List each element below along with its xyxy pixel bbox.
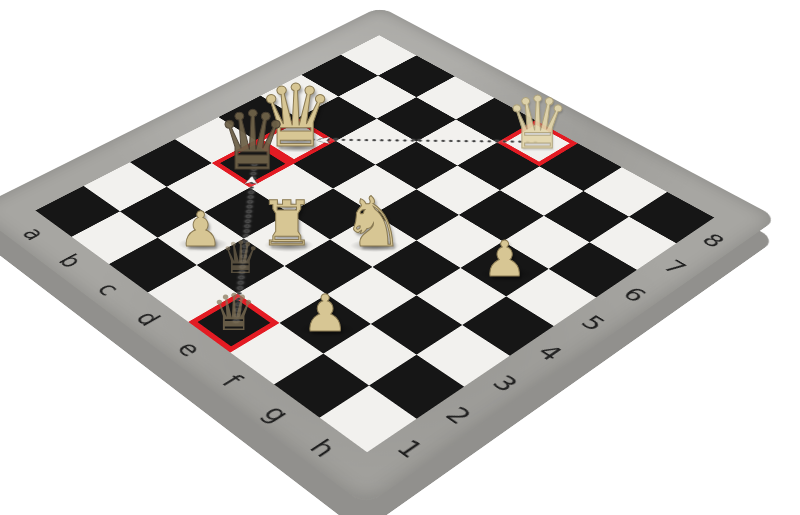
file-label-d: d: [132, 307, 166, 329]
rank-label-4: 4: [533, 341, 567, 364]
piece-white-pawn-g5[interactable]: ♟: [482, 234, 526, 283]
chess-3d-scene: ➤➤ abcdefgh12345678 ♛♛♛♛♛♜♞♟♟♟: [0, 0, 800, 515]
piece-white-queen-e1[interactable]: ♛: [211, 287, 257, 338]
piece-white-queen-b4[interactable]: ♛: [216, 100, 289, 182]
square-h7[interactable]: [590, 217, 677, 270]
rank-label-2: 2: [441, 403, 477, 427]
piece-white-rook-d3[interactable]: ♜: [259, 194, 315, 256]
file-label-h: h: [306, 435, 343, 460]
square-g1[interactable]: [274, 354, 369, 418]
file-label-a: a: [19, 224, 51, 243]
file-label-b: b: [55, 250, 88, 270]
square-h2[interactable]: [369, 355, 464, 419]
square-h4[interactable]: [462, 296, 554, 355]
rank-label-3: 3: [488, 372, 523, 395]
piece-white-pawn-f2[interactable]: ♟: [302, 288, 348, 339]
rank-label-8: 8: [698, 231, 729, 250]
rank-label-6: 6: [619, 284, 651, 305]
piece-white-pawn-c2[interactable]: ♟: [179, 205, 222, 253]
piece-white-knight-e4[interactable]: ♞: [342, 188, 404, 257]
file-label-f: f: [218, 370, 248, 389]
rank-label-1: 1: [392, 436, 428, 461]
rank-label-5: 5: [577, 312, 610, 334]
file-label-c: c: [93, 279, 125, 299]
piece-white-queen-e8[interactable]: ♛: [505, 88, 570, 160]
square-h1[interactable]: [320, 386, 417, 453]
file-label-e: e: [173, 337, 207, 359]
piece-white-queen-d2[interactable]: ♛: [221, 235, 261, 280]
square-b1[interactable]: [72, 211, 158, 264]
square-g3[interactable]: [371, 295, 462, 354]
square-h3[interactable]: [417, 325, 510, 387]
square-h6[interactable]: [549, 242, 637, 297]
rank-label-7: 7: [659, 257, 691, 277]
file-label-g: g: [260, 401, 296, 425]
